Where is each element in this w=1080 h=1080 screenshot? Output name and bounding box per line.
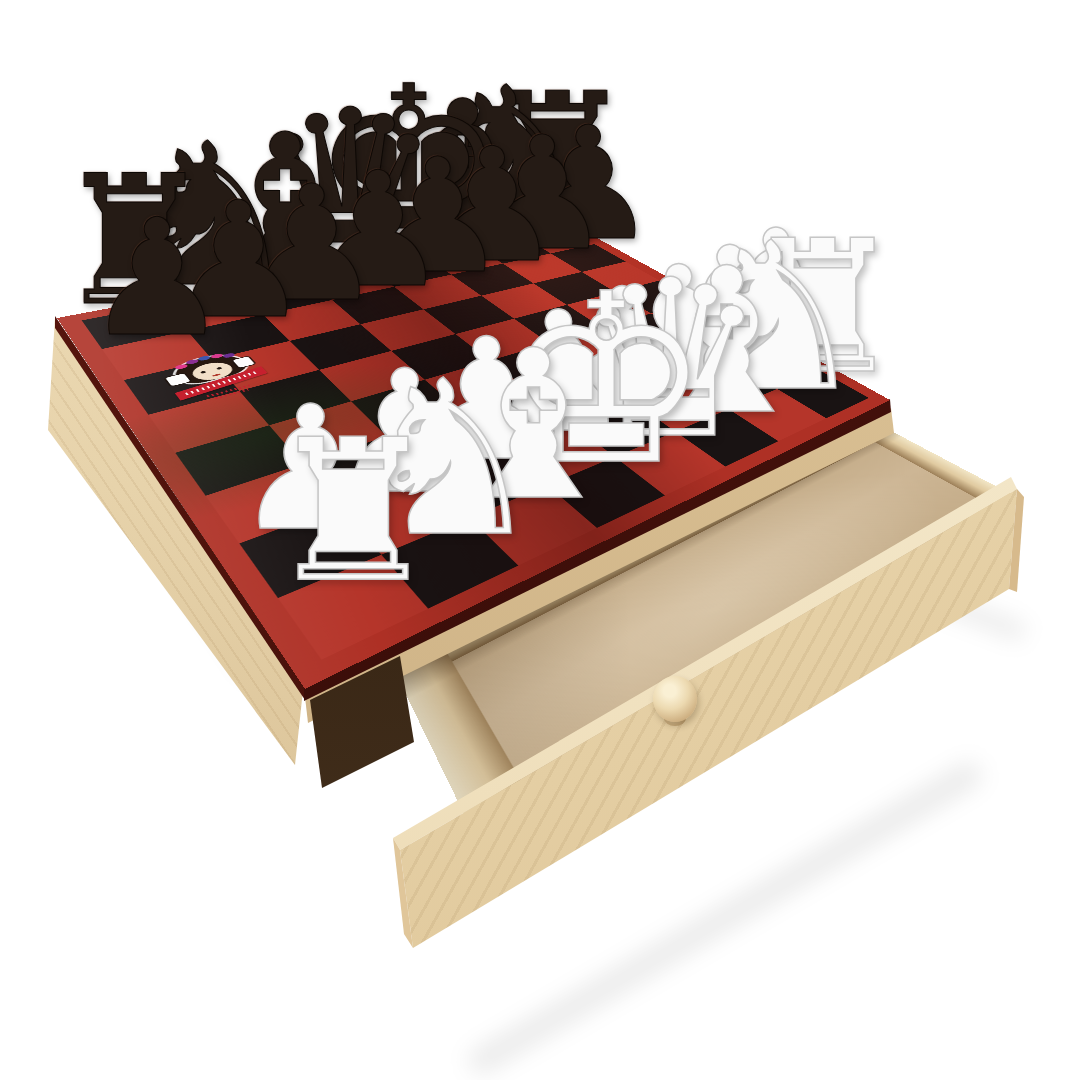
piece-white-pawn-h2: ♟: [695, 209, 857, 371]
piece-black-pawn-a7: ♟: [76, 198, 237, 359]
black-knight-glyph: ♞: [426, 62, 599, 255]
piece-white-pawn-c2: ♟: [403, 317, 571, 485]
piece-black-knight-g8: ♞: [416, 62, 609, 255]
white-bishop-glyph: ♝: [637, 242, 817, 443]
white-queen-glyph: ♛: [573, 251, 768, 468]
piece-black-pawn-f7: ♟: [414, 127, 571, 284]
piece-black-king-e8: ♚: [300, 58, 518, 276]
piece-black-rook-a8: ♜: [45, 152, 224, 331]
piece-white-knight-b1: ♞: [343, 353, 557, 567]
piece-white-rook-a1: ♜: [256, 414, 451, 609]
white-bishop-glyph: ♝: [441, 323, 626, 529]
white-pawn-glyph: ♟: [411, 317, 561, 485]
black-pawn-glyph: ♟: [167, 181, 311, 341]
piece-black-pawn-h7: ♟: [510, 106, 666, 262]
piece-white-bishop-c1: ♝: [430, 323, 636, 529]
black-knight-glyph: ♞: [125, 118, 302, 315]
black-bishop-glyph: ♝: [378, 76, 548, 265]
piece-black-rook-h8: ♜: [471, 71, 645, 245]
piece-black-queen-d8: ♛: [247, 83, 452, 288]
piece-black-bishop-f8: ♝: [368, 76, 557, 265]
chess-set-photo: ♜♞♝♛♚♝♞♜♟♟♟♟♟♟♟♟♟♟♟♟♟♟♟♟♜♞♝♚♛♝♞♜: [0, 0, 1080, 1080]
piece-black-knight-b8: ♞: [115, 118, 312, 315]
piece-white-pawn-b2: ♟: [320, 348, 489, 517]
black-pawn-glyph: ♟: [85, 198, 229, 359]
white-rook-glyph: ♜: [741, 216, 905, 399]
white-pawn-glyph: ♟: [657, 226, 803, 389]
piece-black-pawn-c7: ♟: [232, 165, 391, 324]
white-pawn-glyph: ♟: [548, 267, 696, 432]
white-knight-glyph: ♞: [686, 216, 869, 420]
black-rook-glyph: ♜: [480, 71, 636, 245]
black-pawn-glyph: ♟: [472, 116, 612, 273]
piece-white-rook-h1: ♜: [731, 216, 914, 399]
black-rook-glyph: ♜: [54, 152, 214, 331]
piece-black-pawn-e7: ♟: [359, 138, 517, 296]
white-pawn-glyph: ♟: [234, 383, 388, 554]
piece-black-pawn-b7: ♟: [158, 181, 318, 341]
white-knight-glyph: ♞: [354, 353, 546, 567]
white-rook-glyph: ♜: [266, 414, 441, 609]
pieces-layer: ♜♞♝♛♚♝♞♜♟♟♟♟♟♟♟♟♟♟♟♟♟♟♟♟♜♞♝♚♛♝♞♜: [0, 0, 1080, 1080]
black-king-glyph: ♚: [311, 58, 507, 276]
black-pawn-glyph: ♟: [240, 165, 383, 324]
piece-white-bishop-f1: ♝: [627, 242, 828, 443]
piece-white-knight-g1: ♞: [675, 216, 879, 420]
piece-white-king-d1: ♚: [489, 263, 724, 498]
piece-black-pawn-g7: ♟: [464, 116, 621, 273]
piece-white-pawn-a2: ♟: [225, 383, 396, 554]
piece-white-pawn-f2: ♟: [597, 245, 761, 409]
piece-black-pawn-d7: ♟: [298, 151, 457, 310]
white-pawn-glyph: ♟: [484, 290, 633, 456]
white-pawn-glyph: ♟: [329, 348, 481, 517]
black-pawn-glyph: ♟: [518, 106, 658, 262]
piece-black-bishop-c8: ♝: [189, 109, 381, 301]
piece-white-pawn-d2: ♟: [475, 290, 641, 456]
black-pawn-glyph: ♟: [422, 127, 563, 284]
black-queen-glyph: ♛: [258, 83, 442, 288]
piece-white-queen-e1: ♛: [561, 251, 778, 468]
black-bishop-glyph: ♝: [199, 109, 371, 301]
white-pawn-glyph: ♟: [606, 245, 753, 409]
black-pawn-glyph: ♟: [307, 151, 449, 310]
piece-white-pawn-g2: ♟: [649, 226, 812, 389]
piece-white-pawn-e2: ♟: [540, 267, 705, 432]
black-pawn-glyph: ♟: [367, 138, 508, 296]
white-king-glyph: ♚: [501, 263, 711, 498]
white-pawn-glyph: ♟: [703, 209, 848, 371]
